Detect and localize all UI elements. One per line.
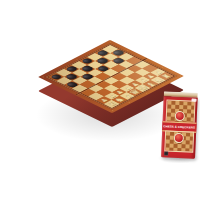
- box-art-checkerboard-top: [165, 99, 195, 123]
- brand-badge-icon: [174, 132, 184, 142]
- brand-badge-icon: [175, 111, 185, 121]
- brand-logo-icon: [164, 151, 168, 155]
- product-box: CHESS & CHECKERS: [161, 91, 198, 158]
- box-title: CHESS & CHECKERS: [163, 125, 195, 129]
- age-marking-chip: [191, 99, 196, 102]
- box-bottom-strip: [161, 149, 195, 158]
- product-photo-scene: ♟♟♟♟♟♟♟♟♜♞♝♛♚♝♞♜ CHESS & CHECKERS: [0, 0, 200, 200]
- brass-pin-icons: [42, 76, 44, 77]
- box-front-panel: CHESS & CHECKERS: [161, 96, 198, 158]
